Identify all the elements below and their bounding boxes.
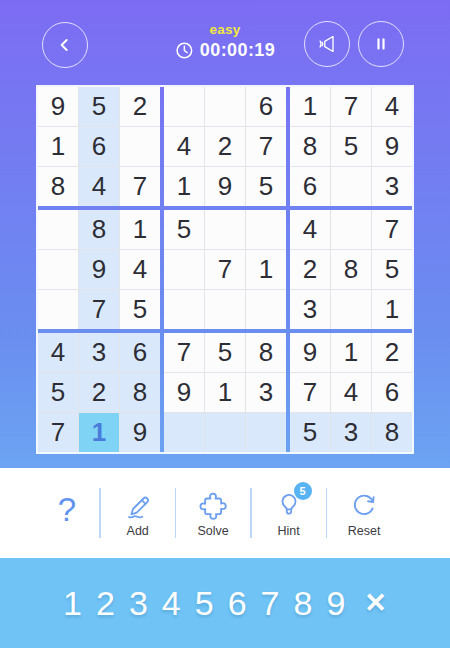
cell-r7c1[interactable]: 4	[38, 333, 78, 372]
pause-button[interactable]	[358, 21, 404, 67]
cell-r9c8[interactable]: 3	[331, 413, 371, 452]
chevron-left-icon	[55, 35, 75, 55]
pause-icon	[371, 34, 391, 54]
cell-r5c8[interactable]: 8	[331, 250, 371, 289]
cell-r7c9[interactable]: 2	[372, 333, 412, 372]
box-1-1: 95216847	[38, 87, 160, 206]
numpad-6[interactable]: 6	[227, 586, 248, 620]
hint-label: Hint	[278, 524, 300, 538]
cell-r3c9[interactable]: 3	[372, 167, 412, 206]
cell-r8c1[interactable]: 5	[38, 373, 78, 412]
cell-r9c2[interactable]: 1	[79, 413, 119, 452]
cell-r4c2[interactable]: 8	[79, 210, 119, 249]
cell-r8c2[interactable]: 2	[79, 373, 119, 412]
toolbar-divider	[326, 488, 328, 538]
add-button[interactable]: Add	[110, 489, 166, 538]
cell-r8c6[interactable]: 3	[246, 373, 286, 412]
puzzle-icon	[197, 489, 229, 521]
cell-r9c3[interactable]: 9	[120, 413, 160, 452]
cell-r5c6[interactable]: 1	[246, 250, 286, 289]
cell-r1c6[interactable]: 6	[246, 87, 286, 126]
cell-r2c3[interactable]	[120, 127, 160, 166]
cell-r5c2[interactable]: 9	[79, 250, 119, 289]
cell-r4c1[interactable]	[38, 210, 78, 249]
cell-r1c3[interactable]: 2	[120, 87, 160, 126]
numpad-4[interactable]: 4	[161, 586, 182, 620]
cell-r8c7[interactable]: 7	[290, 373, 330, 412]
box-2-2: 571	[164, 210, 286, 329]
clock-icon	[175, 41, 194, 60]
toolbar-divider	[250, 488, 252, 538]
box-3-1: 436528719	[38, 333, 160, 452]
cell-r4c3[interactable]: 1	[120, 210, 160, 249]
cell-r9c9[interactable]: 8	[372, 413, 412, 452]
toolbar: ? Add Solve 5 Hint	[0, 468, 450, 558]
numpad-1[interactable]: 1	[62, 586, 83, 620]
numpad-9[interactable]: 9	[325, 586, 346, 620]
numpad-clear[interactable]: ✕	[363, 590, 388, 617]
solve-button[interactable]: Solve	[185, 489, 241, 538]
cell-r7c2[interactable]: 3	[79, 333, 119, 372]
back-button[interactable]	[42, 22, 88, 68]
box-2-3: 4728531	[290, 210, 412, 329]
cell-r9c5[interactable]	[205, 413, 245, 452]
cell-r8c3[interactable]: 8	[120, 373, 160, 412]
cell-r5c1[interactable]	[38, 250, 78, 289]
cell-r2c6[interactable]: 7	[246, 127, 286, 166]
cell-r9c4[interactable]	[164, 413, 204, 452]
cell-r2c9[interactable]: 9	[372, 127, 412, 166]
cell-r7c4[interactable]: 7	[164, 333, 204, 372]
numpad-7[interactable]: 7	[260, 586, 281, 620]
cell-r1c4[interactable]	[164, 87, 204, 126]
cell-r1c8[interactable]: 7	[331, 87, 371, 126]
cell-r1c5[interactable]	[205, 87, 245, 126]
cell-r3c5[interactable]: 9	[205, 167, 245, 206]
numpad-3[interactable]: 3	[128, 586, 149, 620]
sudoku-board: 9521684764271951748596381947557147285314…	[36, 85, 414, 454]
timer-row: 00:00:19	[175, 40, 275, 61]
cell-r1c2[interactable]: 5	[79, 87, 119, 126]
cell-r5c9[interactable]: 5	[372, 250, 412, 289]
toolbar-divider	[99, 488, 101, 538]
pencil-icon	[122, 489, 154, 521]
cell-r7c8[interactable]: 1	[331, 333, 371, 372]
cell-r4c7[interactable]: 4	[290, 210, 330, 249]
timer: 00:00:19	[200, 40, 275, 61]
cell-r8c9[interactable]: 6	[372, 373, 412, 412]
cell-r3c6[interactable]: 5	[246, 167, 286, 206]
cell-r6c4[interactable]	[164, 290, 204, 329]
cell-r2c5[interactable]: 2	[205, 127, 245, 166]
cell-r7c7[interactable]: 9	[290, 333, 330, 372]
cell-r3c7[interactable]: 6	[290, 167, 330, 206]
board-wrap: 9521684764271951748596381947557147285314…	[0, 85, 450, 454]
sudoku-app: easy 00:00:19 9521684764271	[0, 0, 450, 648]
cell-r2c1[interactable]: 1	[38, 127, 78, 166]
cell-r5c4[interactable]	[164, 250, 204, 289]
cell-r7c3[interactable]: 6	[120, 333, 160, 372]
cell-r8c8[interactable]: 4	[331, 373, 371, 412]
numpad-5[interactable]: 5	[194, 586, 215, 620]
cell-r9c1[interactable]: 7	[38, 413, 78, 452]
reset-button[interactable]: Reset	[336, 489, 392, 538]
cell-r8c5[interactable]: 1	[205, 373, 245, 412]
cell-r5c3[interactable]: 4	[120, 250, 160, 289]
cell-r1c7[interactable]: 1	[290, 87, 330, 126]
cell-r4c9[interactable]: 7	[372, 210, 412, 249]
cell-r8c4[interactable]: 9	[164, 373, 204, 412]
cell-r7c6[interactable]: 8	[246, 333, 286, 372]
cell-r5c5[interactable]: 7	[205, 250, 245, 289]
cell-r3c4[interactable]: 1	[164, 167, 204, 206]
speaker-icon	[315, 32, 339, 56]
header: easy 00:00:19	[0, 0, 450, 85]
cell-r6c9[interactable]: 1	[372, 290, 412, 329]
cell-r6c7[interactable]: 3	[290, 290, 330, 329]
number-pad: 1 2 3 4 5 6 7 8 9 ✕	[0, 558, 450, 648]
cell-r7c5[interactable]: 5	[205, 333, 245, 372]
cell-r3c3[interactable]: 7	[120, 167, 160, 206]
toolbar-divider	[175, 488, 177, 538]
cell-r5c7[interactable]: 2	[290, 250, 330, 289]
hint-badge: 5	[294, 482, 312, 500]
cell-r4c6[interactable]	[246, 210, 286, 249]
difficulty-label: easy	[209, 22, 240, 37]
reset-label: Reset	[348, 524, 381, 538]
reset-icon	[348, 489, 380, 521]
box-2-1: 819475	[38, 210, 160, 329]
cell-r6c3[interactable]: 5	[120, 290, 160, 329]
box-1-2: 6427195	[164, 87, 286, 206]
sound-button[interactable]	[304, 21, 350, 67]
add-label: Add	[127, 524, 149, 538]
cell-r6c2[interactable]: 7	[79, 290, 119, 329]
cell-r9c6[interactable]	[246, 413, 286, 452]
cell-r3c2[interactable]: 4	[79, 167, 119, 206]
cell-r2c2[interactable]: 6	[79, 127, 119, 166]
box-3-2: 758913	[164, 333, 286, 452]
cell-r9c7[interactable]: 5	[290, 413, 330, 452]
box-3-3: 912746538	[290, 333, 412, 452]
hint-button[interactable]: 5 Hint	[261, 489, 317, 538]
cell-r2c7[interactable]: 8	[290, 127, 330, 166]
cell-r2c8[interactable]: 5	[331, 127, 371, 166]
cell-r4c4[interactable]: 5	[164, 210, 204, 249]
solve-label: Solve	[198, 524, 229, 538]
cell-r6c6[interactable]	[246, 290, 286, 329]
box-1-3: 17485963	[290, 87, 412, 206]
cell-r6c5[interactable]	[205, 290, 245, 329]
numpad-8[interactable]: 8	[292, 586, 313, 620]
cell-r3c1[interactable]: 8	[38, 167, 78, 206]
cell-r4c8[interactable]	[331, 210, 371, 249]
cell-r2c4[interactable]: 4	[164, 127, 204, 166]
cell-r4c5[interactable]	[205, 210, 245, 249]
cell-r3c8[interactable]	[331, 167, 371, 206]
help-button[interactable]: ?	[58, 493, 76, 526]
numpad-2[interactable]: 2	[95, 586, 116, 620]
header-center: easy 00:00:19	[175, 22, 275, 61]
cell-r6c8[interactable]	[331, 290, 371, 329]
cell-r1c9[interactable]: 4	[372, 87, 412, 126]
cell-r1c1[interactable]: 9	[38, 87, 78, 126]
cell-r6c1[interactable]	[38, 290, 78, 329]
